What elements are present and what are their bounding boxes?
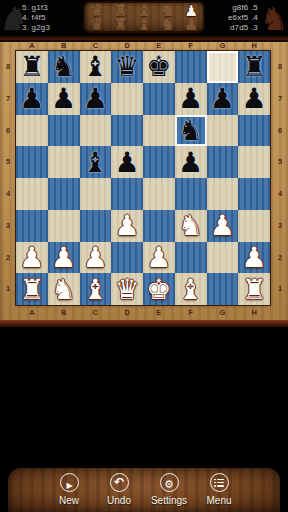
square-h5[interactable] bbox=[238, 146, 270, 178]
black-move-list: g8f6 .5e6xf5 .4d7d5 .3 bbox=[228, 3, 258, 33]
file-labels-bottom: ABCDEFGH bbox=[16, 308, 270, 318]
file-label: A bbox=[16, 308, 48, 318]
square-d7[interactable] bbox=[111, 83, 143, 115]
square-f3[interactable]: ♞ bbox=[175, 210, 207, 242]
square-e6[interactable] bbox=[143, 115, 175, 147]
menu-button[interactable]: Menu bbox=[194, 468, 244, 506]
black-rook: ♜ bbox=[19, 51, 44, 82]
square-d4[interactable] bbox=[111, 178, 143, 210]
white-pawn: ♟ bbox=[115, 210, 140, 241]
square-h2[interactable]: ♟ bbox=[238, 242, 270, 274]
white-rook: ♜ bbox=[19, 274, 44, 305]
square-h8[interactable]: ♜ bbox=[238, 51, 270, 83]
square-h7[interactable]: ♟ bbox=[238, 83, 270, 115]
square-d2[interactable] bbox=[111, 242, 143, 274]
undo-button[interactable]: Undo bbox=[94, 468, 144, 506]
move-entry: 3. g2g3 bbox=[22, 23, 50, 33]
captured-pieces-tray: ♛♜♝♞♟♛♜♝♞♟ bbox=[83, 1, 205, 33]
white-pawn: ♟ bbox=[19, 242, 44, 273]
square-d8[interactable]: ♛ bbox=[111, 51, 143, 83]
file-label: D bbox=[111, 41, 143, 50]
toolbar-button-label: Undo bbox=[94, 495, 144, 506]
rank-label: 7 bbox=[1, 83, 15, 115]
rank-label: 7 bbox=[273, 83, 287, 115]
board-bottom-edge bbox=[0, 320, 288, 327]
rank-label: 1 bbox=[273, 273, 287, 305]
top-status-bar: ♞ 5. g1f34. f4f53. g2g3 ♛♜♝♞♟♛♜♝♞♟ g8f6 … bbox=[0, 0, 288, 38]
move-entry: 5. g1f3 bbox=[22, 3, 50, 13]
file-label: C bbox=[80, 41, 112, 50]
square-e7[interactable] bbox=[143, 83, 175, 115]
rank-label: 4 bbox=[273, 178, 287, 210]
square-a8[interactable]: ♜ bbox=[16, 51, 48, 83]
square-c4[interactable] bbox=[80, 178, 112, 210]
black-pawn: ♟ bbox=[51, 83, 76, 114]
file-label: C bbox=[80, 308, 112, 318]
play-icon bbox=[65, 475, 72, 491]
file-label: G bbox=[207, 308, 239, 318]
file-labels-top: ABCDEFGH bbox=[16, 41, 270, 50]
square-b5[interactable] bbox=[48, 146, 80, 178]
white-pawn: ♟ bbox=[210, 210, 235, 241]
square-d5[interactable]: ♟ bbox=[111, 146, 143, 178]
square-d3[interactable]: ♟ bbox=[111, 210, 143, 242]
move-entry: d7d5 .3 bbox=[228, 23, 258, 33]
rank-label: 3 bbox=[273, 210, 287, 242]
square-b3[interactable] bbox=[48, 210, 80, 242]
black-pawn: ♟ bbox=[83, 83, 108, 114]
file-label: H bbox=[238, 41, 270, 50]
white-bishop: ♝ bbox=[83, 274, 108, 305]
square-a2[interactable]: ♟ bbox=[16, 242, 48, 274]
new-button[interactable]: New bbox=[44, 468, 94, 506]
black-pawn: ♟ bbox=[178, 147, 203, 178]
undo-icon bbox=[110, 473, 129, 492]
file-label: D bbox=[111, 308, 143, 318]
black-player-knight-icon: ♞ bbox=[258, 0, 288, 38]
white-bishop: ♝ bbox=[178, 274, 203, 305]
square-g2[interactable] bbox=[207, 242, 239, 274]
black-pawn: ♟ bbox=[178, 83, 203, 114]
square-f7[interactable]: ♟ bbox=[175, 83, 207, 115]
menu-list-icon bbox=[214, 479, 224, 487]
square-c8[interactable]: ♝ bbox=[80, 51, 112, 83]
black-knight: ♞ bbox=[51, 51, 76, 82]
file-label: B bbox=[48, 41, 80, 50]
square-f4[interactable] bbox=[175, 178, 207, 210]
square-g1[interactable] bbox=[207, 273, 239, 305]
square-g7[interactable]: ♟ bbox=[207, 83, 239, 115]
file-label: F bbox=[175, 41, 207, 50]
square-f1[interactable]: ♝ bbox=[175, 273, 207, 305]
square-c1[interactable]: ♝ bbox=[80, 273, 112, 305]
rank-label: 5 bbox=[1, 146, 15, 178]
white-rook: ♜ bbox=[242, 274, 267, 305]
square-f8[interactable] bbox=[175, 51, 207, 83]
gear-icon bbox=[164, 475, 174, 491]
square-a5[interactable] bbox=[16, 146, 48, 178]
square-e1[interactable]: ♚ bbox=[143, 273, 175, 305]
square-a7[interactable]: ♟ bbox=[16, 83, 48, 115]
square-f6[interactable]: ♞ bbox=[175, 115, 207, 147]
square-a4[interactable] bbox=[16, 178, 48, 210]
black-pawn: ♟ bbox=[19, 83, 44, 114]
square-c2[interactable]: ♟ bbox=[80, 242, 112, 274]
chess-app-screen: ♞ 5. g1f34. f4f53. g2g3 ♛♜♝♞♟♛♜♝♞♟ g8f6 … bbox=[0, 0, 288, 512]
file-label: H bbox=[238, 308, 270, 318]
square-b2[interactable]: ♟ bbox=[48, 242, 80, 274]
white-move-list: 5. g1f34. f4f53. g2g3 bbox=[22, 3, 50, 33]
square-f2[interactable] bbox=[175, 242, 207, 274]
white-queen: ♛ bbox=[115, 274, 140, 305]
rank-label: 5 bbox=[273, 146, 287, 178]
square-g8[interactable] bbox=[207, 51, 239, 83]
square-e8[interactable]: ♚ bbox=[143, 51, 175, 83]
rank-label: 8 bbox=[1, 51, 15, 83]
rank-label: 8 bbox=[273, 51, 287, 83]
file-label: F bbox=[175, 308, 207, 318]
move-entry: e6xf5 .4 bbox=[228, 13, 258, 23]
black-pawn: ♟ bbox=[210, 83, 235, 114]
square-b8[interactable]: ♞ bbox=[48, 51, 80, 83]
square-g4[interactable] bbox=[207, 178, 239, 210]
square-b6[interactable] bbox=[48, 115, 80, 147]
black-queen: ♛ bbox=[115, 51, 140, 82]
square-e3[interactable] bbox=[143, 210, 175, 242]
black-rook: ♜ bbox=[242, 51, 267, 82]
rank-labels-left: 87654321 bbox=[1, 51, 15, 305]
black-pawn: ♟ bbox=[242, 83, 267, 114]
square-a6[interactable] bbox=[16, 115, 48, 147]
rank-label: 3 bbox=[1, 210, 15, 242]
black-king: ♚ bbox=[146, 51, 171, 82]
rank-label: 6 bbox=[1, 115, 15, 147]
rank-label: 4 bbox=[1, 178, 15, 210]
menu-list-icon bbox=[210, 473, 229, 492]
undo-icon bbox=[114, 478, 124, 488]
toolbar-button-label: New bbox=[44, 495, 94, 506]
square-h6[interactable] bbox=[238, 115, 270, 147]
file-label: A bbox=[16, 41, 48, 50]
white-king: ♚ bbox=[146, 274, 171, 305]
move-entry: g8f6 .5 bbox=[228, 3, 258, 13]
square-a1[interactable]: ♜ bbox=[16, 273, 48, 305]
black-knight: ♞ bbox=[178, 115, 203, 146]
ghost-knight-icon: ♞ bbox=[161, 17, 174, 33]
rank-label: 2 bbox=[1, 242, 15, 274]
black-pawn: ♟ bbox=[115, 147, 140, 178]
square-c7[interactable]: ♟ bbox=[80, 83, 112, 115]
tray-row-black: ♛♜♝♞♟ bbox=[85, 17, 203, 33]
file-label: G bbox=[207, 41, 239, 50]
square-c3[interactable] bbox=[80, 210, 112, 242]
bottom-toolbar: NewUndoSettingsMenu bbox=[8, 468, 280, 512]
rank-label: 1 bbox=[1, 273, 15, 305]
file-label: E bbox=[143, 308, 175, 318]
square-e2[interactable]: ♟ bbox=[143, 242, 175, 274]
file-label: E bbox=[143, 41, 175, 50]
file-label: B bbox=[48, 308, 80, 318]
settings-button[interactable]: Settings bbox=[144, 468, 194, 506]
ghost-pawn-icon: ♟ bbox=[184, 17, 197, 33]
black-bishop: ♝ bbox=[83, 51, 108, 82]
square-d1[interactable]: ♛ bbox=[111, 273, 143, 305]
square-c6[interactable] bbox=[80, 115, 112, 147]
square-g3[interactable]: ♟ bbox=[207, 210, 239, 242]
play-icon bbox=[60, 473, 79, 492]
square-a3[interactable] bbox=[16, 210, 48, 242]
square-b1[interactable]: ♞ bbox=[48, 273, 80, 305]
square-b7[interactable]: ♟ bbox=[48, 83, 80, 115]
white-pawn: ♟ bbox=[51, 242, 76, 273]
ghost-rook-icon: ♜ bbox=[114, 17, 127, 33]
square-e5[interactable] bbox=[143, 146, 175, 178]
square-h4[interactable] bbox=[238, 178, 270, 210]
white-pawn: ♟ bbox=[146, 242, 171, 273]
square-h1[interactable]: ♜ bbox=[238, 273, 270, 305]
toolbar-button-label: Settings bbox=[144, 495, 194, 506]
square-b4[interactable] bbox=[48, 178, 80, 210]
square-h3[interactable] bbox=[238, 210, 270, 242]
square-e4[interactable] bbox=[143, 178, 175, 210]
square-g5[interactable] bbox=[207, 146, 239, 178]
white-pawn: ♟ bbox=[83, 242, 108, 273]
toolbar-button-label: Menu bbox=[194, 495, 244, 506]
square-d6[interactable] bbox=[111, 115, 143, 147]
square-f5[interactable]: ♟ bbox=[175, 146, 207, 178]
white-pawn: ♟ bbox=[242, 242, 267, 273]
white-knight: ♞ bbox=[178, 210, 203, 241]
move-entry: 4. f4f5 bbox=[22, 13, 50, 23]
rank-label: 2 bbox=[273, 242, 287, 274]
white-knight: ♞ bbox=[51, 274, 76, 305]
gear-icon bbox=[160, 473, 179, 492]
rank-label: 6 bbox=[273, 115, 287, 147]
rank-labels-right: 87654321 bbox=[273, 51, 287, 305]
chess-board: ABCDEFGH 87654321 ♜♞♝♛♚♜♟♟♟♟♟♟♞♝♟♟♟♞♟♟♟♟… bbox=[0, 40, 288, 327]
square-g6[interactable] bbox=[207, 115, 239, 147]
board-grid: ♜♞♝♛♚♜♟♟♟♟♟♟♞♝♟♟♟♞♟♟♟♟♟♟♜♞♝♛♚♝♜ bbox=[16, 51, 270, 305]
black-bishop: ♝ bbox=[83, 147, 108, 178]
ghost-queen-icon: ♛ bbox=[90, 17, 103, 33]
square-c5[interactable]: ♝ bbox=[80, 146, 112, 178]
ghost-bishop-icon: ♝ bbox=[137, 17, 150, 33]
